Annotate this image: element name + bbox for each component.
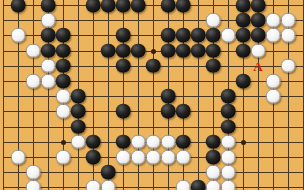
black-stone — [101, 165, 116, 180]
black-stone — [116, 134, 131, 149]
black-stone — [236, 74, 251, 89]
black-stone — [131, 43, 146, 58]
black-stone — [56, 28, 71, 43]
white-stone — [206, 180, 221, 190]
star-point — [151, 49, 156, 54]
black-stone — [191, 28, 206, 43]
black-stone — [161, 28, 176, 43]
marker-label-A: A — [253, 59, 262, 72]
grid-line-horizontal — [3, 172, 303, 173]
black-stone — [251, 13, 266, 28]
black-stone — [191, 180, 206, 190]
black-stone — [41, 43, 56, 58]
black-stone — [131, 0, 146, 12]
white-stone — [266, 89, 281, 104]
black-stone — [176, 104, 191, 119]
white-stone — [116, 150, 131, 165]
black-stone — [206, 58, 221, 73]
black-stone — [116, 0, 131, 12]
white-stone — [26, 165, 41, 180]
grid-line-vertical — [108, 0, 109, 190]
white-stone — [281, 28, 296, 43]
black-stone — [86, 134, 101, 149]
white-stone — [206, 13, 221, 28]
white-stone — [56, 104, 71, 119]
black-stone — [56, 43, 71, 58]
black-stone — [86, 150, 101, 165]
black-stone — [236, 0, 251, 12]
grid-line-horizontal — [3, 127, 303, 128]
white-stone — [221, 180, 236, 190]
go-board[interactable]: A — [0, 0, 304, 190]
black-stone — [56, 58, 71, 73]
black-stone — [191, 43, 206, 58]
black-stone — [221, 104, 236, 119]
black-stone — [176, 134, 191, 149]
white-stone — [86, 180, 101, 190]
white-stone — [71, 134, 86, 149]
grid-line-vertical — [303, 0, 304, 190]
black-stone — [206, 28, 221, 43]
white-stone — [11, 150, 26, 165]
black-stone — [71, 119, 86, 134]
black-stone — [116, 104, 131, 119]
grid-line-horizontal — [3, 111, 303, 112]
black-stone — [206, 134, 221, 149]
black-stone — [176, 43, 191, 58]
black-stone — [176, 28, 191, 43]
white-stone — [56, 150, 71, 165]
grid-line-vertical — [3, 0, 4, 190]
black-stone — [101, 0, 116, 12]
white-stone — [161, 134, 176, 149]
black-stone — [221, 89, 236, 104]
black-stone — [176, 0, 191, 12]
white-stone — [206, 165, 221, 180]
white-stone — [131, 134, 146, 149]
white-stone — [26, 43, 41, 58]
black-stone — [251, 0, 266, 12]
white-stone — [146, 134, 161, 149]
black-stone — [161, 89, 176, 104]
black-stone — [41, 28, 56, 43]
white-stone — [146, 150, 161, 165]
black-stone — [206, 150, 221, 165]
white-stone — [221, 28, 236, 43]
white-stone — [161, 150, 176, 165]
white-stone — [266, 74, 281, 89]
star-point — [61, 140, 66, 145]
white-stone — [176, 150, 191, 165]
white-stone — [266, 28, 281, 43]
white-stone — [221, 165, 236, 180]
grid-line-horizontal — [3, 96, 303, 97]
white-stone — [221, 134, 236, 149]
black-stone — [161, 43, 176, 58]
grid-line-vertical — [33, 0, 34, 190]
black-stone — [251, 28, 266, 43]
star-point — [241, 140, 246, 145]
white-stone — [101, 180, 116, 190]
white-stone — [281, 13, 296, 28]
white-stone — [281, 58, 296, 73]
grid-line-horizontal — [3, 187, 303, 188]
black-stone — [11, 0, 26, 12]
white-stone — [176, 180, 191, 190]
black-stone — [206, 43, 221, 58]
black-stone — [236, 13, 251, 28]
black-stone — [221, 119, 236, 134]
black-stone — [56, 74, 71, 89]
black-stone — [41, 0, 56, 12]
white-stone — [56, 89, 71, 104]
white-stone — [26, 74, 41, 89]
black-stone — [161, 104, 176, 119]
black-stone — [86, 0, 101, 12]
white-stone — [26, 180, 41, 190]
black-stone — [71, 104, 86, 119]
black-stone — [116, 43, 131, 58]
black-stone — [146, 58, 161, 73]
white-stone — [131, 150, 146, 165]
white-stone — [41, 58, 56, 73]
white-stone — [221, 150, 236, 165]
black-stone — [116, 58, 131, 73]
black-stone — [116, 28, 131, 43]
white-stone — [41, 74, 56, 89]
white-stone — [41, 13, 56, 28]
black-stone — [71, 89, 86, 104]
black-stone — [161, 0, 176, 12]
black-stone — [236, 43, 251, 58]
black-stone — [101, 43, 116, 58]
white-stone — [11, 28, 26, 43]
white-stone — [266, 13, 281, 28]
white-stone — [251, 43, 266, 58]
black-stone — [236, 28, 251, 43]
